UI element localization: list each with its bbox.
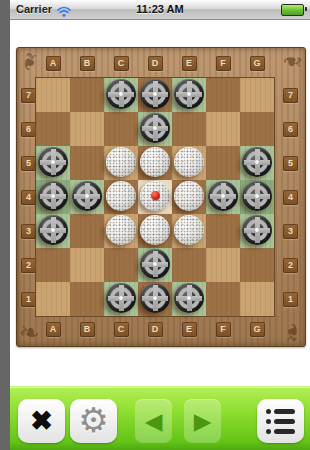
defender-piece-D5[interactable] [140,147,170,177]
row-label-left-3: 3 [21,224,36,239]
cell-D1[interactable] [138,282,172,316]
cell-A7[interactable] [36,78,70,112]
cell-F1[interactable] [206,282,240,316]
cell-G5[interactable] [240,146,274,180]
col-label-top-A: A [46,56,61,71]
row-label-left-5: 5 [21,156,36,171]
cell-F4[interactable] [206,180,240,214]
defender-piece-C4[interactable] [106,181,136,211]
cell-F3[interactable] [206,214,240,248]
cell-D5[interactable] [138,146,172,180]
cell-C5[interactable] [104,146,138,180]
defender-piece-C3[interactable] [106,215,136,245]
row-label-right-5: 5 [283,156,298,171]
cell-B5[interactable] [70,146,104,180]
defender-piece-E5[interactable] [174,147,204,177]
next-move-button[interactable]: ▶ [184,399,221,443]
attacker-piece-A3[interactable] [38,215,68,245]
cell-F7[interactable] [206,78,240,112]
col-label-top-C: C [114,56,129,71]
col-label-top-D: D [148,56,163,71]
cell-E6[interactable] [172,112,206,146]
board-grid [36,78,274,316]
defender-piece-E4[interactable] [174,181,204,211]
cell-B3[interactable] [70,214,104,248]
attacker-piece-C1[interactable] [106,283,136,313]
col-label-bottom-D: D [148,322,163,337]
row-label-right-1: 1 [283,292,298,307]
corner-knot-icon: ❧ [15,49,43,74]
attacker-piece-E7[interactable] [174,79,204,109]
attacker-piece-D1[interactable] [140,283,170,313]
cell-G1[interactable] [240,282,274,316]
board-frame: ❧ ❧ ❧ ❧ AABBCCDDEEFFGG77665544332211 [16,47,306,347]
defender-piece-D3[interactable] [140,215,170,245]
row-label-left-1: 1 [21,292,36,307]
bulleted-list-icon [266,408,295,434]
settings-gear-button[interactable]: ⚙ [70,399,117,443]
cell-E4[interactable] [172,180,206,214]
cell-B2[interactable] [70,248,104,282]
row-label-left-7: 7 [21,88,36,103]
cell-B1[interactable] [70,282,104,316]
cell-E2[interactable] [172,248,206,282]
cell-E7[interactable] [172,78,206,112]
col-label-bottom-A: A [46,322,61,337]
attacker-piece-D6[interactable] [140,113,170,143]
row-label-left-2: 2 [21,258,36,273]
attacker-piece-G4[interactable] [242,181,272,211]
col-label-bottom-F: F [216,322,231,337]
cell-A5[interactable] [36,146,70,180]
cell-D3[interactable] [138,214,172,248]
row-label-right-6: 6 [283,122,298,137]
row-label-right-3: 3 [283,224,298,239]
cell-D7[interactable] [138,78,172,112]
attacker-piece-C7[interactable] [106,79,136,109]
cell-E5[interactable] [172,146,206,180]
cell-B7[interactable] [70,78,104,112]
cell-D4[interactable] [138,180,172,214]
col-label-bottom-E: E [182,322,197,337]
cell-F5[interactable] [206,146,240,180]
move-list-button[interactable] [257,399,304,443]
cell-A4[interactable] [36,180,70,214]
attacker-piece-A4[interactable] [38,181,68,211]
defender-piece-E3[interactable] [174,215,204,245]
attacker-piece-B4[interactable] [72,181,102,211]
attacker-piece-E1[interactable] [174,283,204,313]
attacker-piece-G3[interactable] [242,215,272,245]
col-label-bottom-C: C [114,322,129,337]
attacker-piece-D2[interactable] [140,249,170,279]
cell-B4[interactable] [70,180,104,214]
cell-D6[interactable] [138,112,172,146]
col-label-top-E: E [182,56,197,71]
cell-A2[interactable] [36,248,70,282]
cell-C4[interactable] [104,180,138,214]
bottom-toolbar: ✖ ⚙ ◀ ▶ [10,386,310,450]
col-label-bottom-B: B [80,322,95,337]
cell-A6[interactable] [36,112,70,146]
row-label-right-2: 2 [283,258,298,273]
status-time: 11:23 AM [10,3,310,15]
attacker-piece-G5[interactable] [242,147,272,177]
cell-E1[interactable] [172,282,206,316]
battery-icon [281,4,304,16]
col-label-top-G: G [250,56,265,71]
row-label-right-7: 7 [283,88,298,103]
cell-A3[interactable] [36,214,70,248]
corner-knot-icon: ❧ [17,318,42,346]
cell-A1[interactable] [36,282,70,316]
cell-C1[interactable] [104,282,138,316]
king-piece-D4[interactable] [140,181,170,211]
cell-F2[interactable] [206,248,240,282]
app-screen: Carrier 11:23 AM ❧ ❧ ❧ ❧ AABBCCDDEEFFGG7… [10,0,310,450]
cell-G2[interactable] [240,248,274,282]
cell-C6[interactable] [104,112,138,146]
status-bar: Carrier 11:23 AM [10,0,310,20]
cell-C7[interactable] [104,78,138,112]
cell-C2[interactable] [104,248,138,282]
corner-knot-icon: ❧ [280,322,305,343]
attacker-piece-F4[interactable] [208,181,238,211]
attacker-piece-D7[interactable] [140,79,170,109]
row-label-left-4: 4 [21,190,36,205]
previous-move-button[interactable]: ◀ [135,399,172,443]
corner-knot-icon: ❧ [282,49,303,74]
cell-G3[interactable] [240,214,274,248]
cell-E3[interactable] [172,214,206,248]
attacker-piece-A5[interactable] [38,147,68,177]
cell-C3[interactable] [104,214,138,248]
cell-G6[interactable] [240,112,274,146]
row-label-left-6: 6 [21,122,36,137]
close-button[interactable]: ✖ [18,399,65,443]
defender-piece-C5[interactable] [106,147,136,177]
cell-B6[interactable] [70,112,104,146]
cell-G7[interactable] [240,78,274,112]
col-label-top-F: F [216,56,231,71]
col-label-bottom-G: G [250,322,265,337]
cell-G4[interactable] [240,180,274,214]
row-label-right-4: 4 [283,190,298,205]
cell-D2[interactable] [138,248,172,282]
cell-F6[interactable] [206,112,240,146]
col-label-top-B: B [80,56,95,71]
